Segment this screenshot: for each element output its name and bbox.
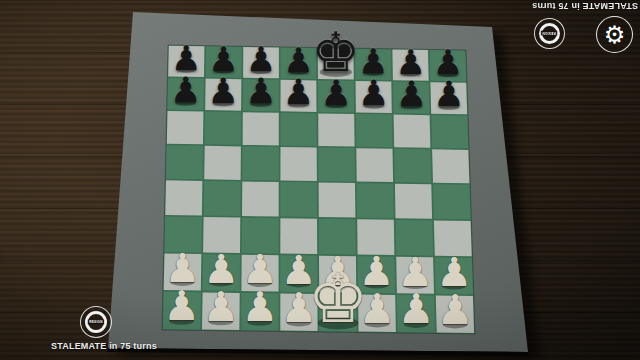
piece-black-pawn-d7[interactable]: ♟ [281, 75, 316, 110]
piece-white-pawn-g1[interactable]: ♟ [396, 289, 437, 330]
square-b5[interactable] [204, 146, 241, 180]
square-h6[interactable] [431, 115, 468, 148]
player-timer-button[interactable]: RESIGN [80, 306, 112, 338]
square-f4[interactable] [357, 183, 394, 218]
square-a4[interactable] [165, 180, 202, 215]
settings-button[interactable]: ⚙ [596, 16, 633, 53]
piece-white-pawn-f1[interactable]: ♟ [357, 289, 398, 330]
square-h4[interactable] [433, 184, 471, 219]
piece-white-pawn-a1[interactable]: ♟ [161, 286, 202, 327]
square-e6[interactable] [318, 113, 354, 146]
square-c6[interactable] [243, 112, 279, 145]
square-d5[interactable] [280, 147, 317, 181]
square-a5[interactable] [166, 145, 203, 179]
piece-white-pawn-b1[interactable]: ♟ [200, 287, 241, 328]
opponent-timer-button[interactable]: RESIGN [534, 18, 565, 49]
status-text-top-rotated: STALEMATE in 75 turns [532, 1, 638, 11]
piece-white-pawn-c1[interactable]: ♟ [239, 287, 280, 328]
piece-black-pawn-c7[interactable]: ♟ [243, 74, 278, 109]
square-g5[interactable] [394, 149, 431, 183]
square-c4[interactable] [242, 182, 279, 217]
square-g4[interactable] [395, 184, 432, 219]
square-b6[interactable] [205, 112, 241, 145]
square-f6[interactable] [356, 114, 393, 147]
square-f5[interactable] [356, 148, 393, 182]
player-timer-label: RESIGN [88, 320, 104, 325]
piece-black-pawn-a7[interactable]: ♟ [168, 73, 203, 108]
square-b4[interactable] [204, 181, 241, 216]
status-text-bottom: STALEMATE in 75 turns [51, 341, 157, 351]
square-g6[interactable] [394, 115, 431, 148]
piece-black-pawn-b7[interactable]: ♟ [206, 74, 241, 109]
piece-black-pawn-h7[interactable]: ♟ [432, 77, 467, 112]
piece-black-pawn-g7[interactable]: ♟ [394, 77, 429, 112]
chess-app-screen: ♟♟♟♟♚♟♟♟♟♟♟♟♟♟♟♟♟♟♟♟♟♟♟♟♟♟♟♟♚♟♟♟ STALEMA… [0, 0, 640, 360]
piece-black-king-e8[interactable]: ♚ [309, 26, 363, 80]
square-e4[interactable] [319, 183, 356, 218]
piece-black-pawn-e7[interactable]: ♟ [319, 76, 354, 111]
square-e5[interactable] [318, 148, 355, 182]
square-c5[interactable] [242, 146, 278, 180]
opponent-timer-label: RESIGN [541, 31, 557, 36]
gear-icon: ⚙ [597, 18, 632, 52]
piece-white-pawn-h1[interactable]: ♟ [435, 290, 476, 331]
square-a6[interactable] [167, 111, 204, 144]
square-d4[interactable] [280, 182, 317, 217]
piece-black-pawn-f7[interactable]: ♟ [356, 76, 391, 111]
square-d6[interactable] [281, 113, 317, 146]
square-h5[interactable] [432, 149, 469, 183]
